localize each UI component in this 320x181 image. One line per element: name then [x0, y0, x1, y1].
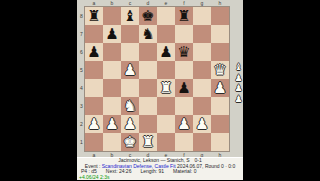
square-e7[interactable] [157, 25, 175, 43]
square-g1[interactable] [193, 133, 211, 151]
rank-label-8: 8 [78, 7, 85, 25]
engine-eval-line: +4.06/24 2:3s [77, 175, 243, 181]
file-label-b: b [103, 0, 121, 7]
square-g6[interactable] [193, 43, 211, 61]
file-label-d: d [139, 0, 157, 7]
square-e5[interactable] [157, 61, 175, 79]
white-knight-c3: ♞ [123, 97, 136, 115]
captured-pawn-icon: ♟ [234, 73, 242, 84]
letterbox-left [0, 0, 77, 180]
square-h3[interactable] [211, 97, 229, 115]
white-pawn-f2: ♟ [177, 115, 190, 133]
black-pawn-b7: ♟ [105, 25, 118, 43]
square-g2[interactable]: ♟ [193, 115, 211, 133]
black-bishop-c8: ♝ [123, 7, 136, 25]
file-label-e: e [157, 0, 175, 7]
captured-pawn-icon: ♟ [234, 94, 242, 105]
square-f7[interactable] [175, 25, 193, 43]
event-opening-link[interactable]: Scandinavian Defense, Castle Fit [102, 164, 176, 169]
black-rook-a8: ♜ [87, 7, 100, 25]
rank-label-7: 7 [78, 25, 85, 43]
stat-length: Length: 91 [140, 169, 164, 175]
square-d6[interactable] [139, 43, 157, 61]
square-b7[interactable]: ♟ [103, 25, 121, 43]
black-rook-f8: ♜ [177, 7, 190, 25]
square-a7[interactable] [85, 25, 103, 43]
square-h4[interactable]: ♟ [211, 79, 229, 97]
players-names: Jacimovic, Lekson — Stanich, S [118, 158, 189, 163]
square-h7[interactable] [211, 25, 229, 43]
square-a2[interactable]: ♟ [85, 115, 103, 133]
white-pawn-c2: ♟ [123, 115, 136, 133]
square-b6[interactable] [103, 43, 121, 61]
stat-material: Material: 0 [173, 169, 196, 175]
square-e2[interactable] [157, 115, 175, 133]
rank-label-1: 1 [78, 133, 85, 151]
square-h1[interactable] [211, 133, 229, 151]
square-c2[interactable]: ♟ [121, 115, 139, 133]
square-c8[interactable]: ♝ [121, 7, 139, 25]
square-a1[interactable] [85, 133, 103, 151]
letterbox-right [243, 0, 320, 180]
square-f6[interactable]: ♛ [175, 43, 193, 61]
black-knight-d7: ♞ [141, 25, 154, 43]
event-label: Event : [85, 164, 102, 169]
square-a4[interactable] [85, 79, 103, 97]
square-d5[interactable] [139, 61, 157, 79]
black-pawn-e6: ♟ [159, 43, 172, 61]
square-e4[interactable]: ♜ [157, 79, 175, 97]
file-labels-top: abcdefgh [85, 0, 229, 7]
square-b3[interactable] [103, 97, 121, 115]
square-b2[interactable]: ♟ [103, 115, 121, 133]
square-g5[interactable] [193, 61, 211, 79]
black-queen-f6: ♛ [177, 43, 190, 61]
square-b1[interactable] [103, 133, 121, 151]
white-rook-d1: ♜ [141, 133, 154, 151]
rank-label-4: 4 [78, 79, 85, 97]
square-g8[interactable] [193, 7, 211, 25]
square-f4[interactable]: ♟ [175, 79, 193, 97]
captured-bishop-icon: ♝ [234, 62, 242, 73]
square-g4[interactable] [193, 79, 211, 97]
square-c7[interactable] [121, 25, 139, 43]
chess-board: ♜♝♚♜♟♞♟♟♛♟♛♜♟♟♞♟♟♟♟♟♚♜ [85, 7, 229, 151]
square-c3[interactable]: ♞ [121, 97, 139, 115]
square-h8[interactable] [211, 7, 229, 25]
file-label-c: c [121, 0, 139, 7]
white-pawn-h4: ♟ [213, 79, 226, 97]
square-b8[interactable] [103, 7, 121, 25]
captured-pieces-tray: ♝♟♟♟ [234, 62, 243, 104]
video-frame: abcdefgh 87654321 ♜♝♚♜♟♞♟♟♛♟♛♜♟♟♞♟♟♟♟♟♚♜… [0, 0, 320, 180]
square-f8[interactable]: ♜ [175, 7, 193, 25]
square-g7[interactable] [193, 25, 211, 43]
white-rook-e4: ♜ [159, 79, 172, 97]
stat-next: Next: 24:26 [106, 169, 132, 175]
square-d2[interactable] [139, 115, 157, 133]
black-pawn-f4: ♟ [177, 79, 190, 97]
square-d4[interactable] [139, 79, 157, 97]
file-label-g: g [193, 0, 211, 7]
white-pawn-g2: ♟ [195, 115, 208, 133]
white-king-c1: ♚ [123, 133, 136, 151]
white-pawn-a2: ♟ [87, 115, 100, 133]
square-d7[interactable]: ♞ [139, 25, 157, 43]
square-c5[interactable]: ♟ [121, 61, 139, 79]
square-f3[interactable] [175, 97, 193, 115]
rank-labels-left: 87654321 [78, 7, 85, 151]
square-a8[interactable]: ♜ [85, 7, 103, 25]
white-queen-h5: ♛ [213, 61, 226, 79]
rank-label-6: 6 [78, 43, 85, 61]
square-e8[interactable] [157, 7, 175, 25]
square-d8[interactable]: ♚ [139, 7, 157, 25]
info-bar: Jacimovic, Lekson — Stanich, S0-1 Event … [77, 157, 243, 180]
square-f2[interactable]: ♟ [175, 115, 193, 133]
square-f1[interactable] [175, 133, 193, 151]
square-b4[interactable] [103, 79, 121, 97]
square-e3[interactable] [157, 97, 175, 115]
white-pawn-c5: ♟ [123, 61, 136, 79]
square-c6[interactable] [121, 43, 139, 61]
white-pawn-b2: ♟ [105, 115, 118, 133]
rank-label-2: 2 [78, 115, 85, 133]
square-b5[interactable] [103, 61, 121, 79]
square-f5[interactable] [175, 61, 193, 79]
square-h5[interactable]: ♛ [211, 61, 229, 79]
rank-label-5: 5 [78, 61, 85, 79]
square-c4[interactable] [121, 79, 139, 97]
square-g3[interactable] [193, 97, 211, 115]
square-a5[interactable] [85, 61, 103, 79]
file-label-f: f [175, 0, 193, 7]
square-h6[interactable] [211, 43, 229, 61]
square-a3[interactable] [85, 97, 103, 115]
file-label-h: h [211, 0, 229, 7]
black-king-d8: ♚ [141, 7, 154, 25]
chess-gui-panel: abcdefgh 87654321 ♜♝♚♜♟♞♟♟♛♟♛♜♟♟♞♟♟♟♟♟♚♜… [77, 0, 243, 180]
file-label-a: a [85, 0, 103, 7]
square-c1[interactable]: ♚ [121, 133, 139, 151]
square-h2[interactable] [211, 115, 229, 133]
square-e1[interactable] [157, 133, 175, 151]
event-details: 2024.06.07, Round 0 · 0:0 [176, 164, 236, 169]
rank-label-3: 3 [78, 97, 85, 115]
game-result: 0-1 [195, 158, 202, 163]
square-a6[interactable]: ♟ [85, 43, 103, 61]
black-pawn-a6: ♟ [87, 43, 100, 61]
captured-pawn-icon: ♟ [234, 83, 242, 94]
square-d1[interactable]: ♜ [139, 133, 157, 151]
square-e6[interactable]: ♟ [157, 43, 175, 61]
square-d3[interactable] [139, 97, 157, 115]
